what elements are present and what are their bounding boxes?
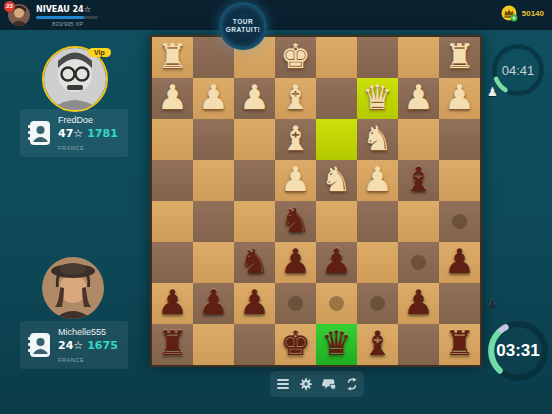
- player-bottom-avatar[interactable]: [42, 257, 104, 319]
- piece-white-pawn[interactable]: ♟: [357, 157, 398, 201]
- player-bottom-stats: 24☆1675: [58, 339, 118, 352]
- square-g7[interactable]: ♟: [193, 283, 234, 324]
- square-c3[interactable]: ♞: [357, 119, 398, 160]
- level-label: NIVEAU 24☆: [36, 5, 91, 14]
- piece-white-pawn[interactable]: ♟: [234, 75, 275, 119]
- piece-black-pawn[interactable]: ♟: [193, 280, 234, 324]
- square-b5[interactable]: [398, 201, 439, 242]
- square-c2[interactable]: ♛: [357, 78, 398, 119]
- square-e7[interactable]: [275, 283, 316, 324]
- square-b3[interactable]: [398, 119, 439, 160]
- piece-white-pawn[interactable]: ♟: [275, 157, 316, 201]
- piece-black-pawn[interactable]: ♟: [316, 239, 357, 283]
- player-top-country: FRANCE: [58, 145, 84, 151]
- square-d8[interactable]: ♛: [316, 324, 357, 365]
- crown-coin-icon[interactable]: [501, 5, 518, 22]
- legal-move-dot[interactable]: [452, 214, 467, 229]
- square-d4[interactable]: ♞: [316, 160, 357, 201]
- square-h7[interactable]: ♟: [152, 283, 193, 324]
- square-h8[interactable]: ♜: [152, 324, 193, 365]
- square-e4[interactable]: ♟: [275, 160, 316, 201]
- square-f7[interactable]: ♟: [234, 283, 275, 324]
- piece-black-bishop[interactable]: ♝: [398, 157, 439, 201]
- square-d2[interactable]: [316, 78, 357, 119]
- tour-badge-line2: GRATUIT!: [226, 26, 261, 34]
- menu-icon[interactable]: [276, 377, 290, 391]
- square-e3[interactable]: ♝: [275, 119, 316, 160]
- flip-board-icon[interactable]: [345, 377, 359, 391]
- square-d3[interactable]: [316, 119, 357, 160]
- square-c6[interactable]: [357, 242, 398, 283]
- square-g5[interactable]: [193, 201, 234, 242]
- square-a3[interactable]: [439, 119, 480, 160]
- square-a7[interactable]: [439, 283, 480, 324]
- piece-white-bishop[interactable]: ♝: [275, 75, 316, 119]
- notification-badge: 23: [4, 1, 15, 12]
- piece-white-pawn[interactable]: ♟: [398, 75, 439, 119]
- square-b2[interactable]: ♟: [398, 78, 439, 119]
- player-bottom-card[interactable]: Michelle555 24☆1675 FRANCE: [20, 321, 128, 369]
- contact-card-icon: [28, 121, 50, 145]
- square-a2[interactable]: ♟: [439, 78, 480, 119]
- player-bottom-rating: 1675: [87, 339, 118, 352]
- square-h4[interactable]: [152, 160, 193, 201]
- piece-black-king[interactable]: ♚: [275, 321, 316, 365]
- piece-white-pawn[interactable]: ♟: [193, 75, 234, 119]
- square-d5[interactable]: [316, 201, 357, 242]
- piece-white-knight[interactable]: ♞: [316, 157, 357, 201]
- legal-move-dot[interactable]: [370, 296, 385, 311]
- piece-black-rook[interactable]: ♜: [152, 321, 193, 365]
- player-bottom-name: Michelle555: [58, 327, 106, 337]
- square-c8[interactable]: ♝: [357, 324, 398, 365]
- piece-black-pawn[interactable]: ♟: [439, 239, 480, 283]
- square-a5[interactable]: [439, 201, 480, 242]
- square-h1[interactable]: ♜: [152, 37, 193, 78]
- square-g2[interactable]: ♟: [193, 78, 234, 119]
- square-a8[interactable]: ♜: [439, 324, 480, 365]
- piece-white-knight[interactable]: ♞: [357, 116, 398, 160]
- square-f3[interactable]: [234, 119, 275, 160]
- square-e2[interactable]: ♝: [275, 78, 316, 119]
- square-e1[interactable]: ♚: [275, 37, 316, 78]
- square-f4[interactable]: [234, 160, 275, 201]
- square-c4[interactable]: ♟: [357, 160, 398, 201]
- legal-move-dot[interactable]: [411, 255, 426, 270]
- player-bottom-avatar-image: [42, 257, 104, 319]
- square-c7[interactable]: [357, 283, 398, 324]
- black-side-pawn-icon: ♟: [487, 297, 498, 309]
- square-a1[interactable]: ♜: [439, 37, 480, 78]
- player-top-rating: 1781: [87, 127, 118, 140]
- chess-board: ♜♚♜♟♟♟♝♛♟♟♝♞♟♞♟♝♞♞♟♟♟♟♟♟♟♜♚♛♝♜: [150, 35, 482, 367]
- piece-black-knight[interactable]: ♞: [275, 198, 316, 242]
- square-b6[interactable]: [398, 242, 439, 283]
- square-h6[interactable]: [152, 242, 193, 283]
- square-d7[interactable]: [316, 283, 357, 324]
- top-bar: 23 NIVEAU 24☆ 833/995 XP 50140: [0, 0, 552, 30]
- chat-icon[interactable]: [322, 377, 336, 391]
- piece-black-pawn[interactable]: ♟: [275, 239, 316, 283]
- black-clock: 03:31: [485, 318, 551, 384]
- square-b4[interactable]: ♝: [398, 160, 439, 201]
- square-a6[interactable]: ♟: [439, 242, 480, 283]
- settings-gear-icon[interactable]: [299, 377, 313, 391]
- black-clock-time: 03:31: [485, 318, 551, 384]
- app-root: 23 NIVEAU 24☆ 833/995 XP 50140: [0, 0, 552, 414]
- piece-white-pawn[interactable]: ♟: [152, 75, 193, 119]
- square-e5[interactable]: ♞: [275, 201, 316, 242]
- tour-gratuit-badge[interactable]: TOUR GRATUIT!: [219, 2, 267, 50]
- player-top-card[interactable]: FredDoe 47☆1781 FRANCE: [20, 109, 128, 157]
- square-c1[interactable]: [357, 37, 398, 78]
- square-e8[interactable]: ♚: [275, 324, 316, 365]
- square-e6[interactable]: ♟: [275, 242, 316, 283]
- square-b7[interactable]: ♟: [398, 283, 439, 324]
- piece-white-queen[interactable]: ♛: [357, 75, 398, 119]
- player-top-level: 47☆: [58, 127, 83, 140]
- square-g8[interactable]: [193, 324, 234, 365]
- square-g4[interactable]: [193, 160, 234, 201]
- piece-black-pawn[interactable]: ♟: [398, 280, 439, 324]
- piece-black-pawn[interactable]: ♟: [152, 280, 193, 324]
- square-h2[interactable]: ♟: [152, 78, 193, 119]
- player-bottom-level: 24☆: [58, 339, 83, 352]
- player-bottom-country: FRANCE: [58, 357, 84, 363]
- game-toolbar: [270, 371, 364, 397]
- piece-white-rook[interactable]: ♜: [439, 34, 480, 78]
- square-d6[interactable]: ♟: [316, 242, 357, 283]
- piece-black-pawn[interactable]: ♟: [234, 280, 275, 324]
- tour-badge-line1: TOUR: [233, 18, 253, 26]
- square-g6[interactable]: [193, 242, 234, 283]
- piece-white-rook[interactable]: ♜: [152, 34, 193, 78]
- piece-white-bishop[interactable]: ♝: [275, 116, 316, 160]
- white-side-pawn-icon: ♟: [487, 86, 498, 98]
- square-h3[interactable]: [152, 119, 193, 160]
- square-h5[interactable]: [152, 201, 193, 242]
- legal-move-dot[interactable]: [329, 296, 344, 311]
- piece-black-bishop[interactable]: ♝: [357, 321, 398, 365]
- square-d1[interactable]: [316, 37, 357, 78]
- xp-progress-fill: [36, 16, 84, 19]
- coin-balance: 50140: [522, 9, 544, 18]
- square-a4[interactable]: [439, 160, 480, 201]
- legal-move-dot[interactable]: [288, 296, 303, 311]
- square-f2[interactable]: ♟: [234, 78, 275, 119]
- player-top-stats: 47☆1781: [58, 127, 118, 140]
- vip-badge: Vip: [88, 48, 111, 57]
- square-f8[interactable]: [234, 324, 275, 365]
- player-top-avatar-image: [44, 48, 106, 110]
- player-top-name: FredDoe: [58, 115, 93, 125]
- piece-black-knight[interactable]: ♞: [234, 239, 275, 283]
- square-c5[interactable]: [357, 201, 398, 242]
- xp-progress-bar: [36, 16, 98, 19]
- square-b1[interactable]: [398, 37, 439, 78]
- square-f5[interactable]: [234, 201, 275, 242]
- piece-white-pawn[interactable]: ♟: [439, 75, 480, 119]
- square-f6[interactable]: ♞: [234, 242, 275, 283]
- square-g3[interactable]: [193, 119, 234, 160]
- xp-text: 833/995 XP: [52, 21, 83, 27]
- square-b8[interactable]: [398, 324, 439, 365]
- piece-white-king[interactable]: ♚: [275, 34, 316, 78]
- contact-card-icon: [28, 333, 50, 357]
- piece-black-queen[interactable]: ♛: [316, 321, 357, 365]
- piece-black-rook[interactable]: ♜: [439, 321, 480, 365]
